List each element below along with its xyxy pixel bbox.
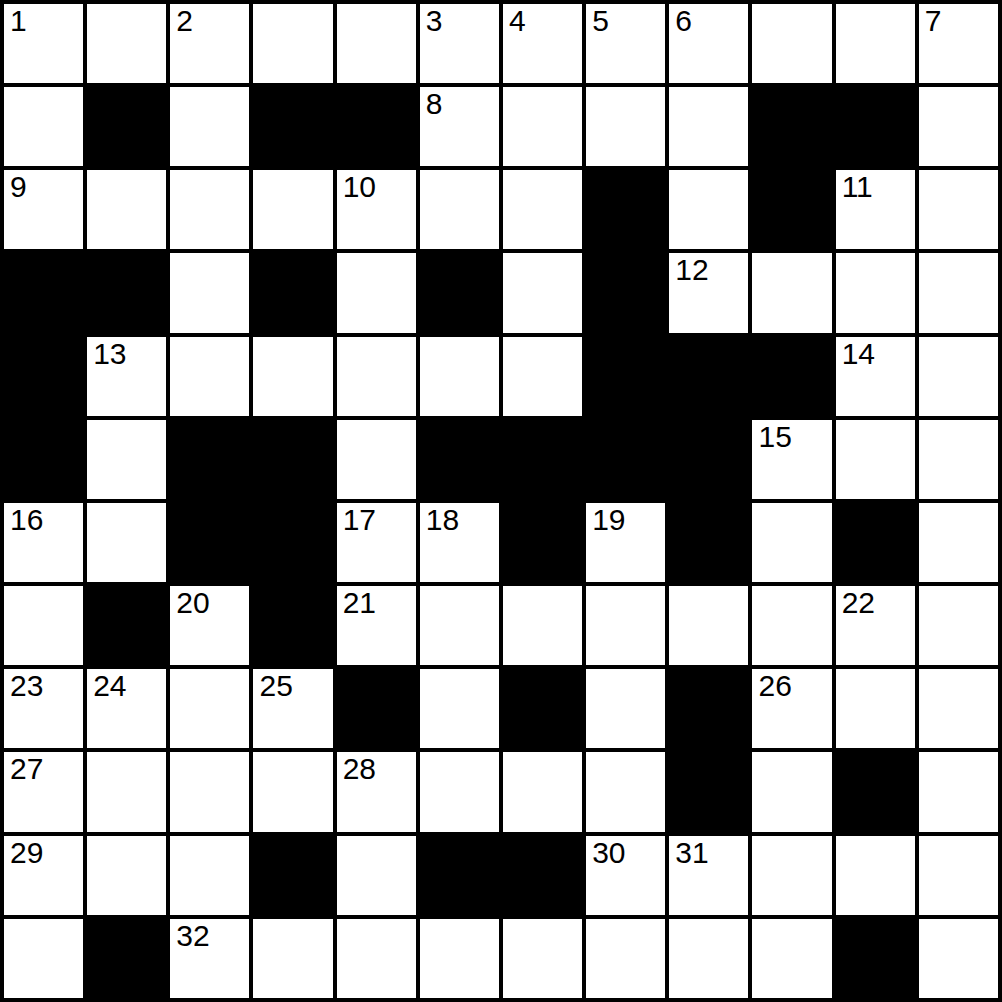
cell-r11c5[interactable] xyxy=(337,836,416,915)
cell-r10c10[interactable] xyxy=(752,752,831,831)
cell-r2c3[interactable] xyxy=(170,87,249,166)
black-cell-r9c7 xyxy=(503,669,582,748)
black-cell-r3c8 xyxy=(586,170,665,249)
black-cell-r12c11 xyxy=(836,919,915,998)
clue-number-14: 14 xyxy=(842,339,875,369)
cell-r1c11[interactable] xyxy=(836,4,915,83)
black-cell-r12c2 xyxy=(87,919,166,998)
clue-number-10: 10 xyxy=(343,172,376,202)
black-cell-r10c11 xyxy=(836,752,915,831)
cell-r12c8[interactable] xyxy=(586,919,665,998)
cell-r9c4[interactable]: 25 xyxy=(253,669,332,748)
black-cell-r4c6 xyxy=(420,253,499,332)
black-cell-r9c5 xyxy=(337,669,416,748)
black-cell-r4c4 xyxy=(253,253,332,332)
cell-r11c8[interactable]: 30 xyxy=(586,836,665,915)
cell-r7c6[interactable]: 18 xyxy=(420,503,499,582)
clue-number-17: 17 xyxy=(343,505,376,535)
cell-r3c9[interactable] xyxy=(669,170,748,249)
cell-r7c8[interactable]: 19 xyxy=(586,503,665,582)
cell-r1c8[interactable]: 5 xyxy=(586,4,665,83)
black-cell-r7c4 xyxy=(253,503,332,582)
cell-r4c9[interactable]: 12 xyxy=(669,253,748,332)
cell-r9c12[interactable] xyxy=(919,669,998,748)
cell-r10c5[interactable]: 28 xyxy=(337,752,416,831)
cell-r2c9[interactable] xyxy=(669,87,748,166)
black-cell-r10c9 xyxy=(669,752,748,831)
cell-r2c8[interactable] xyxy=(586,87,665,166)
cell-r4c3[interactable] xyxy=(170,253,249,332)
cell-r5c12[interactable] xyxy=(919,337,998,416)
cell-r10c6[interactable] xyxy=(420,752,499,831)
cell-r3c2[interactable] xyxy=(87,170,166,249)
clue-number-27: 27 xyxy=(10,754,43,784)
black-cell-r6c4 xyxy=(253,420,332,499)
cell-r10c2[interactable] xyxy=(87,752,166,831)
cell-r9c1[interactable]: 23 xyxy=(4,669,83,748)
clue-number-32: 32 xyxy=(176,921,209,951)
cell-r8c12[interactable] xyxy=(919,586,998,665)
clue-number-3: 3 xyxy=(426,6,443,36)
black-cell-r11c6 xyxy=(420,836,499,915)
cell-r5c5[interactable] xyxy=(337,337,416,416)
cell-r1c4[interactable] xyxy=(253,4,332,83)
cell-r4c10[interactable] xyxy=(752,253,831,332)
clue-number-20: 20 xyxy=(176,588,209,618)
clue-number-18: 18 xyxy=(426,505,459,535)
clue-number-12: 12 xyxy=(675,255,708,285)
black-cell-r6c3 xyxy=(170,420,249,499)
cell-r5c4[interactable] xyxy=(253,337,332,416)
cell-r10c12[interactable] xyxy=(919,752,998,831)
clue-number-1: 1 xyxy=(10,6,27,36)
cell-r12c7[interactable] xyxy=(503,919,582,998)
cell-r9c2[interactable]: 24 xyxy=(87,669,166,748)
cell-r3c6[interactable] xyxy=(420,170,499,249)
black-cell-r2c4 xyxy=(253,87,332,166)
cell-r5c6[interactable] xyxy=(420,337,499,416)
cell-r7c10[interactable] xyxy=(752,503,831,582)
cell-r3c1[interactable]: 9 xyxy=(4,170,83,249)
black-cell-r6c1 xyxy=(4,420,83,499)
black-cell-r5c1 xyxy=(4,337,83,416)
cell-r12c9[interactable] xyxy=(669,919,748,998)
cell-r7c12[interactable] xyxy=(919,503,998,582)
cell-r11c9[interactable]: 31 xyxy=(669,836,748,915)
cell-r3c3[interactable] xyxy=(170,170,249,249)
clue-number-26: 26 xyxy=(758,671,791,701)
cell-r6c12[interactable] xyxy=(919,420,998,499)
clue-number-25: 25 xyxy=(259,671,292,701)
cell-r8c6[interactable] xyxy=(420,586,499,665)
cell-r3c5[interactable]: 10 xyxy=(337,170,416,249)
cell-r1c7[interactable]: 4 xyxy=(503,4,582,83)
cell-r2c1[interactable] xyxy=(4,87,83,166)
cell-r3c11[interactable]: 11 xyxy=(836,170,915,249)
cell-r3c12[interactable] xyxy=(919,170,998,249)
clue-number-6: 6 xyxy=(675,6,692,36)
black-cell-r4c1 xyxy=(4,253,83,332)
cell-r10c4[interactable] xyxy=(253,752,332,831)
black-cell-r7c9 xyxy=(669,503,748,582)
cell-r2c12[interactable] xyxy=(919,87,998,166)
black-cell-r5c10 xyxy=(752,337,831,416)
cell-r7c1[interactable]: 16 xyxy=(4,503,83,582)
cell-r1c2[interactable] xyxy=(87,4,166,83)
black-cell-r7c3 xyxy=(170,503,249,582)
black-cell-r8c2 xyxy=(87,586,166,665)
cell-r11c11[interactable] xyxy=(836,836,915,915)
clue-number-5: 5 xyxy=(592,6,609,36)
cell-r3c4[interactable] xyxy=(253,170,332,249)
cell-r5c7[interactable] xyxy=(503,337,582,416)
cell-r7c5[interactable]: 17 xyxy=(337,503,416,582)
black-cell-r5c9 xyxy=(669,337,748,416)
cell-r8c5[interactable]: 21 xyxy=(337,586,416,665)
black-cell-r6c7 xyxy=(503,420,582,499)
cell-r9c6[interactable] xyxy=(420,669,499,748)
cell-r1c5[interactable] xyxy=(337,4,416,83)
cell-r11c10[interactable] xyxy=(752,836,831,915)
black-cell-r2c11 xyxy=(836,87,915,166)
cell-r12c3[interactable]: 32 xyxy=(170,919,249,998)
cell-r5c2[interactable]: 13 xyxy=(87,337,166,416)
clue-number-31: 31 xyxy=(675,838,708,868)
black-cell-r11c7 xyxy=(503,836,582,915)
clue-number-13: 13 xyxy=(93,339,126,369)
cell-r1c10[interactable] xyxy=(752,4,831,83)
cell-r4c5[interactable] xyxy=(337,253,416,332)
black-cell-r5c8 xyxy=(586,337,665,416)
black-cell-r6c8 xyxy=(586,420,665,499)
clue-number-11: 11 xyxy=(842,172,873,202)
clue-number-29: 29 xyxy=(10,838,43,868)
clue-number-24: 24 xyxy=(93,671,126,701)
clue-number-2: 2 xyxy=(176,6,193,36)
black-cell-r2c5 xyxy=(337,87,416,166)
black-cell-r2c2 xyxy=(87,87,166,166)
cell-r9c3[interactable] xyxy=(170,669,249,748)
cell-r10c7[interactable] xyxy=(503,752,582,831)
clue-number-30: 30 xyxy=(592,838,625,868)
cell-r6c10[interactable]: 15 xyxy=(752,420,831,499)
black-cell-r9c9 xyxy=(669,669,748,748)
clue-number-9: 9 xyxy=(10,172,27,202)
cell-r8c1[interactable] xyxy=(4,586,83,665)
cell-r9c10[interactable]: 26 xyxy=(752,669,831,748)
cell-r4c7[interactable] xyxy=(503,253,582,332)
cell-r2c7[interactable] xyxy=(503,87,582,166)
cell-r6c11[interactable] xyxy=(836,420,915,499)
cell-r2c6[interactable]: 8 xyxy=(420,87,499,166)
black-cell-r11c4 xyxy=(253,836,332,915)
clue-number-23: 23 xyxy=(10,671,43,701)
cell-r6c2[interactable] xyxy=(87,420,166,499)
clue-number-15: 15 xyxy=(758,422,791,452)
cell-r10c3[interactable] xyxy=(170,752,249,831)
clue-number-21: 21 xyxy=(343,588,376,618)
cell-r12c5[interactable] xyxy=(337,919,416,998)
cell-r5c3[interactable] xyxy=(170,337,249,416)
clue-number-7: 7 xyxy=(925,6,942,36)
cell-r1c12[interactable]: 7 xyxy=(919,4,998,83)
cell-r8c10[interactable] xyxy=(752,586,831,665)
black-cell-r7c11 xyxy=(836,503,915,582)
clue-number-4: 4 xyxy=(509,6,526,36)
black-cell-r4c2 xyxy=(87,253,166,332)
cell-r4c11[interactable] xyxy=(836,253,915,332)
cell-r3c7[interactable] xyxy=(503,170,582,249)
black-cell-r4c8 xyxy=(586,253,665,332)
cell-r12c12[interactable] xyxy=(919,919,998,998)
cell-r1c6[interactable]: 3 xyxy=(420,4,499,83)
cell-r8c3[interactable]: 20 xyxy=(170,586,249,665)
cell-r12c10[interactable] xyxy=(752,919,831,998)
cell-r1c9[interactable]: 6 xyxy=(669,4,748,83)
black-cell-r3c10 xyxy=(752,170,831,249)
clue-number-28: 28 xyxy=(343,754,376,784)
black-cell-r6c9 xyxy=(669,420,748,499)
crossword-grid: 1234567891011121314151617181920212223242… xyxy=(0,0,1002,1002)
clue-number-22: 22 xyxy=(842,588,875,618)
black-cell-r7c7 xyxy=(503,503,582,582)
cell-r4c12[interactable] xyxy=(919,253,998,332)
black-cell-r6c6 xyxy=(420,420,499,499)
cell-r12c6[interactable] xyxy=(420,919,499,998)
cell-r12c1[interactable] xyxy=(4,919,83,998)
cell-r11c12[interactable] xyxy=(919,836,998,915)
cell-r11c1[interactable]: 29 xyxy=(4,836,83,915)
black-cell-r8c4 xyxy=(253,586,332,665)
cell-r10c8[interactable] xyxy=(586,752,665,831)
clue-number-19: 19 xyxy=(592,505,625,535)
cell-r7c2[interactable] xyxy=(87,503,166,582)
cell-r11c2[interactable] xyxy=(87,836,166,915)
cell-r9c11[interactable] xyxy=(836,669,915,748)
clue-number-8: 8 xyxy=(426,89,443,119)
cell-r8c11[interactable]: 22 xyxy=(836,586,915,665)
cell-r1c1[interactable]: 1 xyxy=(4,4,83,83)
cell-r11c3[interactable] xyxy=(170,836,249,915)
cell-r9c8[interactable] xyxy=(586,669,665,748)
cell-r5c11[interactable]: 14 xyxy=(836,337,915,416)
cell-r8c7[interactable] xyxy=(503,586,582,665)
clue-number-16: 16 xyxy=(10,505,43,535)
cell-r8c9[interactable] xyxy=(669,586,748,665)
cell-r12c4[interactable] xyxy=(253,919,332,998)
cell-r8c8[interactable] xyxy=(586,586,665,665)
cell-r6c5[interactable] xyxy=(337,420,416,499)
cell-r1c3[interactable]: 2 xyxy=(170,4,249,83)
cell-r10c1[interactable]: 27 xyxy=(4,752,83,831)
black-cell-r2c10 xyxy=(752,87,831,166)
